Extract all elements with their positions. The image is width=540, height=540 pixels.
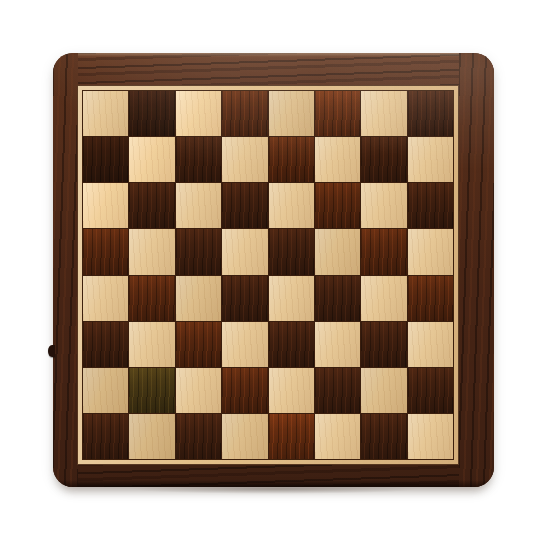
square-h6: [408, 183, 453, 228]
square-h8: [408, 91, 453, 136]
square-c3: [176, 322, 221, 367]
square-d3: [222, 322, 267, 367]
square-h2: [408, 368, 453, 413]
square-f7: [315, 137, 360, 182]
square-f2: [315, 368, 360, 413]
square-h5: [408, 229, 453, 274]
frame-left-grain: [53, 53, 78, 487]
square-g4: [361, 276, 406, 321]
square-a3: [83, 322, 128, 367]
square-g6: [361, 183, 406, 228]
square-h7: [408, 137, 453, 182]
square-d1: [222, 414, 267, 459]
square-c2: [176, 368, 221, 413]
square-c1: [176, 414, 221, 459]
photo-background: [0, 0, 540, 540]
square-f5: [315, 229, 360, 274]
square-b1: [129, 414, 174, 459]
square-c7: [176, 137, 221, 182]
square-e8: [269, 91, 314, 136]
square-a8: [83, 91, 128, 136]
square-c8: [176, 91, 221, 136]
square-e4: [269, 276, 314, 321]
square-h3: [408, 322, 453, 367]
square-d7: [222, 137, 267, 182]
square-e7: [269, 137, 314, 182]
square-h4: [408, 276, 453, 321]
square-f8: [315, 91, 360, 136]
square-a4: [83, 276, 128, 321]
square-b8: [129, 91, 174, 136]
square-a5: [83, 229, 128, 274]
square-f1: [315, 414, 360, 459]
square-b3: [129, 322, 174, 367]
square-e6: [269, 183, 314, 228]
square-h1: [408, 414, 453, 459]
square-e3: [269, 322, 314, 367]
square-b7: [129, 137, 174, 182]
square-d8: [222, 91, 267, 136]
square-c4: [176, 276, 221, 321]
square-a1: [83, 414, 128, 459]
maple-inlay-border: [77, 85, 459, 465]
square-a6: [83, 183, 128, 228]
square-e1: [269, 414, 314, 459]
side-hinge-nub: [48, 345, 55, 357]
square-b4: [129, 276, 174, 321]
chess-board: [53, 53, 494, 487]
square-f4: [315, 276, 360, 321]
square-b5: [129, 229, 174, 274]
frame-right-grain: [459, 53, 494, 487]
square-f3: [315, 322, 360, 367]
square-e2: [269, 368, 314, 413]
square-g2: [361, 368, 406, 413]
square-g8: [361, 91, 406, 136]
square-e5: [269, 229, 314, 274]
square-a2: [83, 368, 128, 413]
square-g3: [361, 322, 406, 367]
square-d5: [222, 229, 267, 274]
square-g1: [361, 414, 406, 459]
square-d6: [222, 183, 267, 228]
square-g5: [361, 229, 406, 274]
square-b2: [129, 368, 174, 413]
square-f6: [315, 183, 360, 228]
square-a7: [83, 137, 128, 182]
square-d2: [222, 368, 267, 413]
square-g7: [361, 137, 406, 182]
square-c5: [176, 229, 221, 274]
square-b6: [129, 183, 174, 228]
square-d4: [222, 276, 267, 321]
board-grid: [82, 90, 454, 460]
square-c6: [176, 183, 221, 228]
